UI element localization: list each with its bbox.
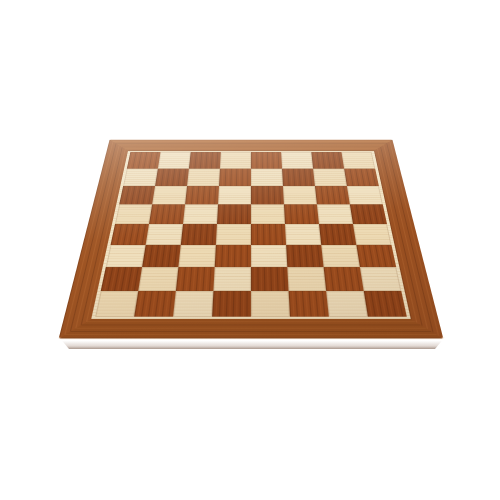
- square-r5c6: [285, 224, 321, 245]
- square-r8c7: [326, 291, 368, 317]
- square-r2c7: [313, 169, 347, 186]
- square-r4c7: [317, 204, 353, 224]
- square-r3c3: [185, 186, 219, 204]
- playing-field: [95, 152, 407, 316]
- square-r2c4: [219, 169, 251, 186]
- square-r4c8: [350, 204, 387, 224]
- square-r5c7: [319, 224, 356, 245]
- square-r3c8: [347, 186, 383, 204]
- square-r5c3: [181, 224, 217, 245]
- square-r4c3: [183, 204, 218, 224]
- square-r1c2: [158, 152, 191, 168]
- frame-rail-top: [107, 140, 396, 151]
- square-r2c6: [282, 169, 315, 186]
- chessboard-scene: [88, 61, 414, 387]
- square-r1c8: [341, 152, 375, 168]
- square-r8c6: [289, 291, 329, 317]
- square-r7c4: [213, 267, 251, 291]
- square-r7c3: [176, 267, 215, 291]
- square-r7c8: [360, 267, 401, 291]
- square-r8c5: [251, 291, 290, 317]
- square-r1c4: [220, 152, 251, 168]
- square-r2c2: [155, 169, 189, 186]
- square-r4c2: [149, 204, 185, 224]
- square-r1c6: [281, 152, 313, 168]
- square-r3c6: [283, 186, 317, 204]
- square-r5c2: [146, 224, 183, 245]
- square-r6c5: [251, 245, 287, 267]
- square-r6c7: [321, 245, 360, 267]
- square-r5c1: [111, 224, 149, 245]
- square-r4c1: [115, 204, 152, 224]
- square-r5c5: [251, 224, 286, 245]
- square-r6c3: [178, 245, 215, 267]
- square-r8c8: [364, 291, 407, 317]
- square-r1c1: [127, 152, 161, 168]
- square-r6c1: [106, 245, 146, 267]
- square-r8c4: [212, 291, 251, 317]
- square-r5c4: [216, 224, 251, 245]
- square-r2c1: [123, 169, 158, 186]
- square-r2c8: [344, 169, 379, 186]
- square-r3c4: [218, 186, 251, 204]
- square-r3c1: [119, 186, 155, 204]
- square-r7c6: [287, 267, 326, 291]
- square-r7c1: [101, 267, 142, 291]
- square-r8c1: [95, 291, 138, 317]
- square-r1c7: [311, 152, 344, 168]
- square-r7c2: [138, 267, 178, 291]
- square-r2c3: [187, 169, 220, 186]
- square-r4c4: [217, 204, 251, 224]
- square-r5c8: [353, 224, 391, 245]
- product-photo-background: [0, 0, 500, 500]
- square-r1c5: [251, 152, 282, 168]
- frame-rail-bottom: [59, 319, 444, 338]
- square-r7c7: [324, 267, 364, 291]
- square-r3c2: [152, 186, 187, 204]
- square-r8c2: [134, 291, 176, 317]
- chessboard: [59, 140, 444, 339]
- square-r1c3: [189, 152, 221, 168]
- square-r4c5: [251, 204, 285, 224]
- square-r7c5: [251, 267, 289, 291]
- square-r6c8: [356, 245, 396, 267]
- square-r2c5: [251, 169, 283, 186]
- square-r6c2: [142, 245, 181, 267]
- square-r8c3: [173, 291, 213, 317]
- square-r6c4: [215, 245, 251, 267]
- square-r3c5: [251, 186, 284, 204]
- square-r3c7: [315, 186, 350, 204]
- square-r4c6: [284, 204, 319, 224]
- square-r6c6: [286, 245, 323, 267]
